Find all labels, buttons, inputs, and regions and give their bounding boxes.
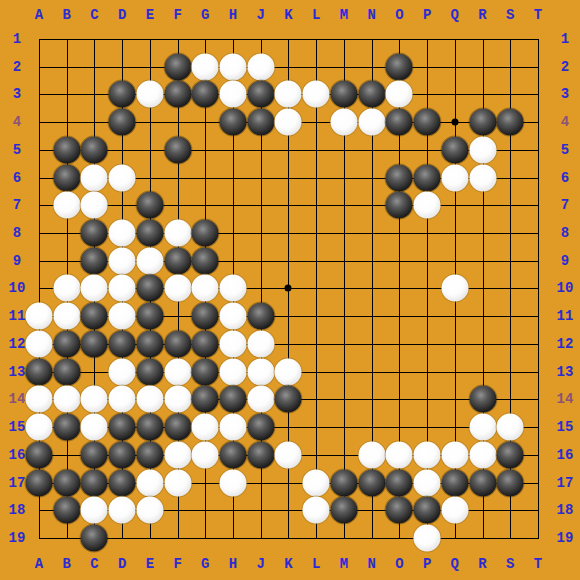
column-label-bottom: B [63,557,71,571]
row-label-left: 6 [13,171,21,185]
column-label-top: F [173,8,181,22]
column-label-top: L [312,8,320,22]
row-label-right: 10 [557,281,574,295]
column-label-top: J [257,8,265,22]
row-label-right: 17 [557,476,574,490]
row-label-left: 2 [13,60,21,74]
column-label-top: M [340,8,348,22]
column-label-bottom: E [146,557,154,571]
row-label-right: 3 [561,87,569,101]
column-label-bottom: R [478,557,486,571]
row-label-left: 9 [13,254,21,268]
column-label-top: B [63,8,71,22]
row-label-right: 16 [557,448,574,462]
column-label-top: G [201,8,209,22]
column-label-bottom: P [423,557,431,571]
row-label-left: 17 [9,476,26,490]
column-label-bottom: G [201,557,209,571]
row-label-right: 19 [557,531,574,545]
row-label-right: 18 [557,503,574,517]
row-label-left: 14 [9,392,26,406]
column-label-top: H [229,8,237,22]
column-label-bottom: C [90,557,98,571]
row-label-right: 8 [561,226,569,240]
column-label-bottom: F [173,557,181,571]
column-label-bottom: K [284,557,292,571]
row-label-right: 2 [561,60,569,74]
column-label-bottom: A [35,557,43,571]
row-label-left: 8 [13,226,21,240]
column-label-top: K [284,8,292,22]
row-label-left: 3 [13,87,21,101]
row-label-right: 6 [561,171,569,185]
column-label-top: D [118,8,126,22]
row-label-left: 19 [9,531,26,545]
row-label-left: 11 [9,309,26,323]
column-label-bottom: O [395,557,403,571]
column-label-top: A [35,8,43,22]
column-label-top: E [146,8,154,22]
row-label-right: 13 [557,365,574,379]
column-label-bottom: Q [451,557,459,571]
column-label-top: R [478,8,486,22]
column-label-top: S [506,8,514,22]
row-label-left: 5 [13,143,21,157]
row-label-right: 11 [557,309,574,323]
column-label-bottom: D [118,557,126,571]
coordinate-labels: AABBCCDDEEFFGGHHJJKKLLMMNNOOPPQQRRSSTT11… [0,0,580,580]
column-label-bottom: S [506,557,514,571]
row-label-right: 14 [557,392,574,406]
row-label-left: 12 [9,337,26,351]
column-label-bottom: H [229,557,237,571]
row-label-left: 1 [13,32,21,46]
column-label-bottom: J [257,557,265,571]
row-label-right: 15 [557,420,574,434]
row-label-right: 4 [561,115,569,129]
column-label-top: T [534,8,542,22]
row-label-right: 12 [557,337,574,351]
column-label-bottom: T [534,557,542,571]
row-label-left: 18 [9,503,26,517]
row-label-right: 5 [561,143,569,157]
column-label-top: N [367,8,375,22]
goban[interactable]: AABBCCDDEEFFGGHHJJKKLLMMNNOOPPQQRRSSTT11… [0,0,580,580]
column-label-bottom: L [312,557,320,571]
row-label-left: 13 [9,365,26,379]
column-label-bottom: N [367,557,375,571]
row-label-right: 9 [561,254,569,268]
row-label-right: 1 [561,32,569,46]
column-label-top: Q [451,8,459,22]
row-label-left: 16 [9,448,26,462]
row-label-right: 7 [561,198,569,212]
column-label-top: C [90,8,98,22]
column-label-top: O [395,8,403,22]
column-label-top: P [423,8,431,22]
row-label-left: 7 [13,198,21,212]
row-label-left: 4 [13,115,21,129]
row-label-left: 15 [9,420,26,434]
column-label-bottom: M [340,557,348,571]
row-label-left: 10 [9,281,26,295]
